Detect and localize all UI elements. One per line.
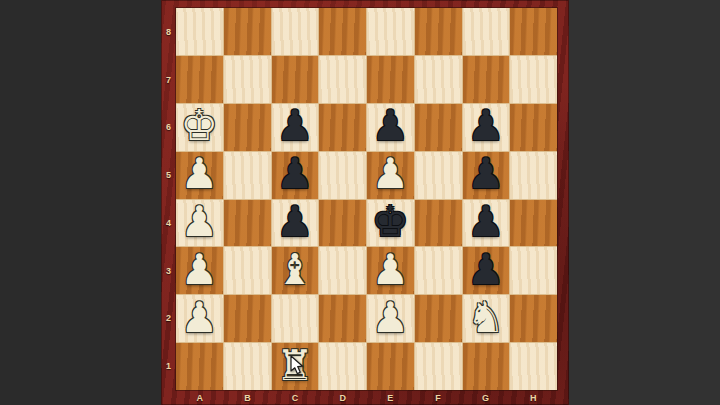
chess-board: ♚♟♟♟♟♟♟♟♟♟♚♟♟♝♟♟♟♟♞♜ xyxy=(176,8,557,390)
piece-white-pawn-a4[interactable]: ♟ xyxy=(181,201,219,243)
square-e8[interactable] xyxy=(367,8,414,55)
piece-white-pawn-e5[interactable]: ♟ xyxy=(372,153,410,195)
square-h5[interactable] xyxy=(510,152,557,199)
square-h7[interactable] xyxy=(510,56,557,103)
square-b2[interactable] xyxy=(224,295,271,342)
square-d8[interactable] xyxy=(319,8,366,55)
left-panel xyxy=(0,0,161,405)
square-d5[interactable] xyxy=(319,152,366,199)
square-e1[interactable] xyxy=(367,343,414,390)
square-g6[interactable]: ♟ xyxy=(463,104,510,151)
square-b5[interactable] xyxy=(224,152,271,199)
rank-label-2: 2 xyxy=(161,295,176,343)
file-label-c: C xyxy=(271,390,319,405)
square-e5[interactable]: ♟ xyxy=(367,152,414,199)
piece-white-pawn-e3[interactable]: ♟ xyxy=(372,249,410,291)
square-g3[interactable]: ♟ xyxy=(463,247,510,294)
square-a4[interactable]: ♟ xyxy=(176,200,223,247)
square-f3[interactable] xyxy=(415,247,462,294)
piece-black-pawn-c4[interactable]: ♟ xyxy=(276,201,314,243)
piece-white-bishop-c3[interactable]: ♝ xyxy=(276,249,314,291)
square-e3[interactable]: ♟ xyxy=(367,247,414,294)
square-b1[interactable] xyxy=(224,343,271,390)
square-a3[interactable]: ♟ xyxy=(176,247,223,294)
square-a8[interactable] xyxy=(176,8,223,55)
square-f7[interactable] xyxy=(415,56,462,103)
square-c1[interactable]: ♜ xyxy=(272,343,319,390)
square-c2[interactable] xyxy=(272,295,319,342)
file-labels: ABCDEFGH xyxy=(176,390,557,405)
square-c3[interactable]: ♝ xyxy=(272,247,319,294)
piece-black-pawn-g5[interactable]: ♟ xyxy=(467,153,505,195)
square-a6[interactable]: ♚ xyxy=(176,104,223,151)
square-h6[interactable] xyxy=(510,104,557,151)
rank-label-3: 3 xyxy=(161,247,176,295)
square-h3[interactable] xyxy=(510,247,557,294)
file-label-e: E xyxy=(367,390,415,405)
piece-white-pawn-e2[interactable]: ♟ xyxy=(372,297,410,339)
square-h4[interactable] xyxy=(510,200,557,247)
square-a1[interactable] xyxy=(176,343,223,390)
square-e2[interactable]: ♟ xyxy=(367,295,414,342)
square-b8[interactable] xyxy=(224,8,271,55)
piece-white-pawn-a2[interactable]: ♟ xyxy=(181,297,219,339)
square-d3[interactable] xyxy=(319,247,366,294)
square-g5[interactable]: ♟ xyxy=(463,152,510,199)
file-label-h: H xyxy=(509,390,557,405)
square-b7[interactable] xyxy=(224,56,271,103)
square-f2[interactable] xyxy=(415,295,462,342)
square-d6[interactable] xyxy=(319,104,366,151)
square-g8[interactable] xyxy=(463,8,510,55)
square-g7[interactable] xyxy=(463,56,510,103)
square-c4[interactable]: ♟ xyxy=(272,200,319,247)
file-label-a: A xyxy=(176,390,224,405)
rank-label-4: 4 xyxy=(161,199,176,247)
square-c8[interactable] xyxy=(272,8,319,55)
square-f8[interactable] xyxy=(415,8,462,55)
piece-white-pawn-a3[interactable]: ♟ xyxy=(181,249,219,291)
piece-white-king-a6[interactable]: ♚ xyxy=(181,105,219,147)
piece-white-knight-g2[interactable]: ♞ xyxy=(467,297,505,339)
piece-black-pawn-g6[interactable]: ♟ xyxy=(467,105,505,147)
square-f4[interactable] xyxy=(415,200,462,247)
square-h2[interactable] xyxy=(510,295,557,342)
square-a5[interactable]: ♟ xyxy=(176,152,223,199)
rank-label-6: 6 xyxy=(161,104,176,152)
square-h1[interactable] xyxy=(510,343,557,390)
square-b4[interactable] xyxy=(224,200,271,247)
square-e6[interactable]: ♟ xyxy=(367,104,414,151)
piece-black-pawn-c6[interactable]: ♟ xyxy=(276,105,314,147)
square-b6[interactable] xyxy=(224,104,271,151)
square-c5[interactable]: ♟ xyxy=(272,152,319,199)
right-panel xyxy=(569,0,720,405)
piece-black-king-e4[interactable]: ♚ xyxy=(372,201,410,243)
square-d7[interactable] xyxy=(319,56,366,103)
square-c7[interactable] xyxy=(272,56,319,103)
piece-white-rook-c1[interactable]: ♜ xyxy=(276,345,314,387)
piece-black-pawn-e6[interactable]: ♟ xyxy=(372,105,410,147)
file-label-b: B xyxy=(224,390,272,405)
piece-black-pawn-g4[interactable]: ♟ xyxy=(467,201,505,243)
square-e4[interactable]: ♚ xyxy=(367,200,414,247)
square-c6[interactable]: ♟ xyxy=(272,104,319,151)
square-g2[interactable]: ♞ xyxy=(463,295,510,342)
square-f5[interactable] xyxy=(415,152,462,199)
piece-black-pawn-g3[interactable]: ♟ xyxy=(467,249,505,291)
rank-label-5: 5 xyxy=(161,151,176,199)
square-d4[interactable] xyxy=(319,200,366,247)
square-b3[interactable] xyxy=(224,247,271,294)
square-d1[interactable] xyxy=(319,343,366,390)
square-d2[interactable] xyxy=(319,295,366,342)
file-label-d: D xyxy=(319,390,367,405)
rank-label-1: 1 xyxy=(161,342,176,390)
square-g1[interactable] xyxy=(463,343,510,390)
rank-label-8: 8 xyxy=(161,8,176,56)
square-h8[interactable] xyxy=(510,8,557,55)
rank-label-7: 7 xyxy=(161,56,176,104)
square-g4[interactable]: ♟ xyxy=(463,200,510,247)
square-e7[interactable] xyxy=(367,56,414,103)
square-f6[interactable] xyxy=(415,104,462,151)
piece-black-pawn-c5[interactable]: ♟ xyxy=(276,153,314,195)
square-a7[interactable] xyxy=(176,56,223,103)
piece-white-pawn-a5[interactable]: ♟ xyxy=(181,153,219,195)
file-label-f: F xyxy=(414,390,462,405)
square-a2[interactable]: ♟ xyxy=(176,295,223,342)
rank-labels: 87654321 xyxy=(161,8,176,390)
square-f1[interactable] xyxy=(415,343,462,390)
chess-board-frame: 87654321 ABCDEFGH ♚♟♟♟♟♟♟♟♟♟♚♟♟♝♟♟♟♟♞♜ xyxy=(161,0,569,405)
file-label-g: G xyxy=(462,390,510,405)
